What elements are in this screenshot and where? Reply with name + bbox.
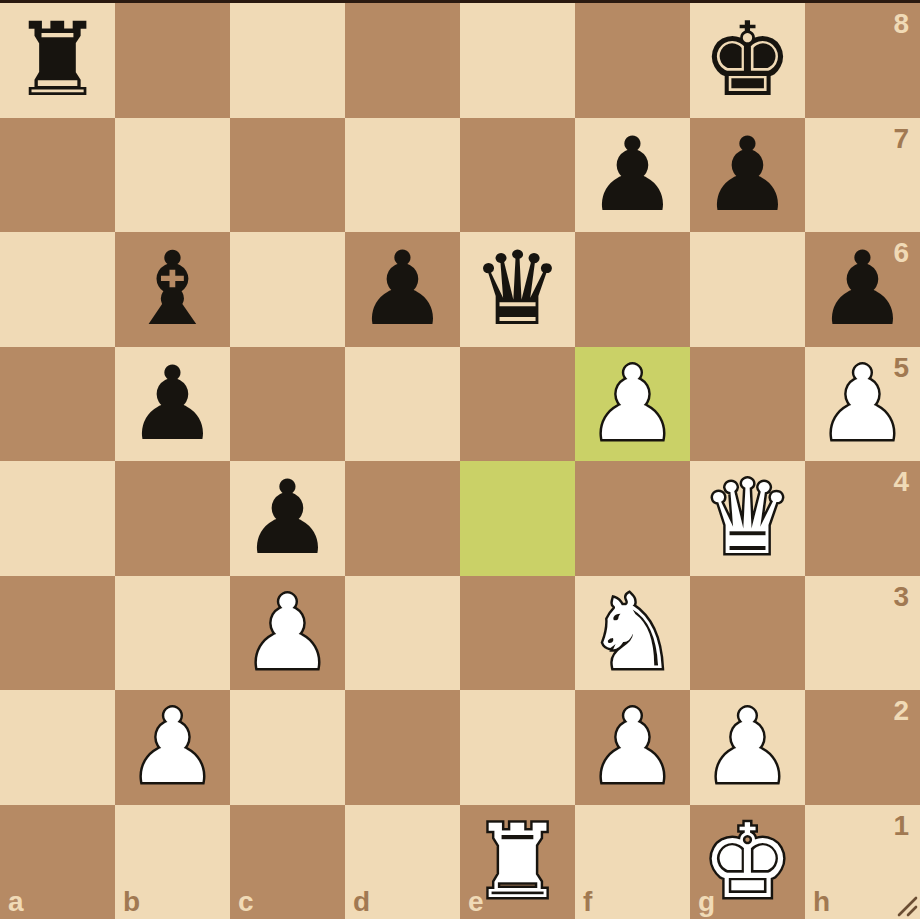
square-f4[interactable]	[575, 461, 690, 576]
square-d8[interactable]	[345, 3, 460, 118]
square-b3[interactable]	[115, 576, 230, 691]
square-f8[interactable]	[575, 3, 690, 118]
rank-label: 5	[893, 354, 909, 382]
square-e8[interactable]	[460, 3, 575, 118]
square-a8[interactable]: ♜	[0, 3, 115, 118]
square-b6[interactable]: ♝	[115, 232, 230, 347]
square-g2[interactable]: ♟	[690, 690, 805, 805]
piece-white-pawn[interactable]: ♟	[587, 353, 678, 455]
square-b7[interactable]	[115, 118, 230, 233]
piece-white-king[interactable]: ♚	[702, 811, 793, 913]
square-h3[interactable]: 3	[805, 576, 920, 691]
square-b5[interactable]: ♟	[115, 347, 230, 462]
file-label: e	[468, 888, 484, 916]
square-b8[interactable]	[115, 3, 230, 118]
square-d3[interactable]	[345, 576, 460, 691]
square-g8[interactable]: ♚	[690, 3, 805, 118]
square-b1[interactable]: b	[115, 805, 230, 919]
resize-handle-icon[interactable]	[893, 892, 918, 917]
piece-white-pawn[interactable]: ♟	[242, 582, 333, 684]
square-d2[interactable]	[345, 690, 460, 805]
square-d5[interactable]	[345, 347, 460, 462]
rank-label: 1	[893, 812, 909, 840]
square-e6[interactable]: ♛	[460, 232, 575, 347]
square-f1[interactable]: f	[575, 805, 690, 919]
square-h6[interactable]: ♟6	[805, 232, 920, 347]
piece-black-rook[interactable]: ♜	[12, 9, 103, 111]
rank-label: 6	[893, 239, 909, 267]
file-label: c	[238, 888, 254, 916]
rank-label: 8	[893, 10, 909, 38]
piece-white-knight[interactable]: ♞	[587, 582, 678, 684]
square-c8[interactable]	[230, 3, 345, 118]
square-d6[interactable]: ♟	[345, 232, 460, 347]
square-g5[interactable]	[690, 347, 805, 462]
square-c3[interactable]: ♟	[230, 576, 345, 691]
square-b2[interactable]: ♟	[115, 690, 230, 805]
piece-white-pawn[interactable]: ♟	[127, 696, 218, 798]
square-e4[interactable]	[460, 461, 575, 576]
square-e1[interactable]: ♜e	[460, 805, 575, 919]
file-label: b	[123, 888, 140, 916]
piece-black-pawn[interactable]: ♟	[587, 124, 678, 226]
square-g3[interactable]	[690, 576, 805, 691]
piece-black-king[interactable]: ♚	[702, 9, 793, 111]
piece-white-rook[interactable]: ♜	[472, 811, 563, 913]
square-g4[interactable]: ♛	[690, 461, 805, 576]
chess-board: ♜♚8♟♟7♝♟♛♟6♟♟♟5♟♛4♟♞3♟♟♟2abcd♜ef♚g1h	[0, 3, 920, 919]
square-b4[interactable]	[115, 461, 230, 576]
square-d7[interactable]	[345, 118, 460, 233]
square-h4[interactable]: 4	[805, 461, 920, 576]
piece-black-pawn[interactable]: ♟	[357, 238, 448, 340]
square-c1[interactable]: c	[230, 805, 345, 919]
square-d1[interactable]: d	[345, 805, 460, 919]
square-a5[interactable]	[0, 347, 115, 462]
square-g1[interactable]: ♚g	[690, 805, 805, 919]
file-label: a	[8, 888, 24, 916]
square-e7[interactable]	[460, 118, 575, 233]
square-f2[interactable]: ♟	[575, 690, 690, 805]
square-c2[interactable]	[230, 690, 345, 805]
square-a6[interactable]	[0, 232, 115, 347]
square-f3[interactable]: ♞	[575, 576, 690, 691]
file-label: f	[583, 888, 592, 916]
square-d4[interactable]	[345, 461, 460, 576]
square-f7[interactable]: ♟	[575, 118, 690, 233]
square-e3[interactable]	[460, 576, 575, 691]
piece-black-pawn[interactable]: ♟	[127, 353, 218, 455]
square-e2[interactable]	[460, 690, 575, 805]
rank-label: 4	[893, 468, 909, 496]
square-g7[interactable]: ♟	[690, 118, 805, 233]
piece-white-pawn[interactable]: ♟	[587, 696, 678, 798]
square-a1[interactable]: a	[0, 805, 115, 919]
square-a2[interactable]	[0, 690, 115, 805]
square-e5[interactable]	[460, 347, 575, 462]
chess-board-container: ♜♚8♟♟7♝♟♛♟6♟♟♟5♟♛4♟♞3♟♟♟2abcd♜ef♚g1h	[0, 0, 920, 919]
square-a7[interactable]	[0, 118, 115, 233]
square-a3[interactable]	[0, 576, 115, 691]
piece-black-pawn[interactable]: ♟	[242, 467, 333, 569]
piece-black-pawn[interactable]: ♟	[702, 124, 793, 226]
piece-black-queen[interactable]: ♛	[472, 238, 563, 340]
piece-white-pawn[interactable]: ♟	[702, 696, 793, 798]
square-c4[interactable]: ♟	[230, 461, 345, 576]
rank-label: 7	[893, 125, 909, 153]
file-label: g	[698, 888, 715, 916]
square-c5[interactable]	[230, 347, 345, 462]
square-g6[interactable]	[690, 232, 805, 347]
square-h8[interactable]: 8	[805, 3, 920, 118]
rank-label: 2	[893, 697, 909, 725]
piece-black-bishop[interactable]: ♝	[127, 238, 218, 340]
square-h7[interactable]: 7	[805, 118, 920, 233]
rank-label: 3	[893, 583, 909, 611]
square-f5[interactable]: ♟	[575, 347, 690, 462]
square-c6[interactable]	[230, 232, 345, 347]
square-h5[interactable]: ♟5	[805, 347, 920, 462]
square-a4[interactable]	[0, 461, 115, 576]
piece-white-queen[interactable]: ♛	[702, 467, 793, 569]
square-c7[interactable]	[230, 118, 345, 233]
square-h2[interactable]: 2	[805, 690, 920, 805]
file-label: h	[813, 888, 830, 916]
file-label: d	[353, 888, 370, 916]
square-f6[interactable]	[575, 232, 690, 347]
